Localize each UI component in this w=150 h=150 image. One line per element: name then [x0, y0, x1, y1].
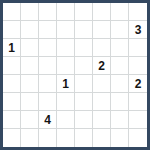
cell-r4c1[interactable]	[3, 57, 21, 75]
cell-r2c4[interactable]	[57, 21, 75, 39]
cell-r3c6[interactable]	[93, 39, 111, 57]
clue-number: 3	[135, 24, 142, 36]
cell-r4c8[interactable]	[129, 57, 147, 75]
cell-r8c5[interactable]	[75, 129, 93, 147]
cell-r5c6[interactable]	[93, 75, 111, 93]
cell-r3c3[interactable]	[39, 39, 57, 57]
cell-r6c8[interactable]	[129, 93, 147, 111]
cell-r1c4[interactable]	[57, 3, 75, 21]
cell-r8c3[interactable]	[39, 129, 57, 147]
cell-r1c6[interactable]	[93, 3, 111, 21]
cell-r6c5[interactable]	[75, 93, 93, 111]
cell-r5c3[interactable]	[39, 75, 57, 93]
clue-number: 2	[135, 78, 142, 90]
cell-r3c8[interactable]	[129, 39, 147, 57]
cell-r3c1[interactable]: 1	[3, 39, 21, 57]
cell-r1c7[interactable]	[111, 3, 129, 21]
cell-r5c4[interactable]: 1	[57, 75, 75, 93]
cell-r7c6[interactable]	[93, 111, 111, 129]
cell-r8c8[interactable]	[129, 129, 147, 147]
cell-r3c2[interactable]	[21, 39, 39, 57]
cell-r2c3[interactable]	[39, 21, 57, 39]
cell-r4c4[interactable]	[57, 57, 75, 75]
cell-r8c6[interactable]	[93, 129, 111, 147]
cell-r5c1[interactable]	[3, 75, 21, 93]
cell-r6c4[interactable]	[57, 93, 75, 111]
cell-r3c5[interactable]	[75, 39, 93, 57]
cell-r5c7[interactable]	[111, 75, 129, 93]
cell-r1c3[interactable]	[39, 3, 57, 21]
cell-r7c5[interactable]	[75, 111, 93, 129]
cell-r1c2[interactable]	[21, 3, 39, 21]
cell-r1c1[interactable]	[3, 3, 21, 21]
cell-r4c5[interactable]	[75, 57, 93, 75]
cell-r1c8[interactable]	[129, 3, 147, 21]
cell-r6c3[interactable]	[39, 93, 57, 111]
cell-r6c1[interactable]	[3, 93, 21, 111]
cell-r1c5[interactable]	[75, 3, 93, 21]
cell-r8c1[interactable]	[3, 129, 21, 147]
cell-r5c2[interactable]	[21, 75, 39, 93]
cell-r8c2[interactable]	[21, 129, 39, 147]
clue-number: 1	[62, 78, 69, 90]
cell-r7c1[interactable]	[3, 111, 21, 129]
puzzle-board: 312124	[0, 0, 150, 150]
cell-r2c7[interactable]	[111, 21, 129, 39]
clue-number: 1	[8, 42, 15, 54]
cell-r6c7[interactable]	[111, 93, 129, 111]
cell-r7c3[interactable]: 4	[39, 111, 57, 129]
cell-r6c2[interactable]	[21, 93, 39, 111]
clue-number: 2	[98, 60, 105, 72]
cell-r3c7[interactable]	[111, 39, 129, 57]
cell-r8c4[interactable]	[57, 129, 75, 147]
cell-r4c3[interactable]	[39, 57, 57, 75]
cell-r2c1[interactable]	[3, 21, 21, 39]
cell-r3c4[interactable]	[57, 39, 75, 57]
cell-r2c8[interactable]: 3	[129, 21, 147, 39]
clue-number: 4	[44, 114, 51, 126]
cell-r8c7[interactable]	[111, 129, 129, 147]
cell-r7c7[interactable]	[111, 111, 129, 129]
cell-r5c5[interactable]	[75, 75, 93, 93]
cell-r4c6[interactable]: 2	[93, 57, 111, 75]
cell-r7c2[interactable]	[21, 111, 39, 129]
cell-r4c7[interactable]	[111, 57, 129, 75]
cell-r2c5[interactable]	[75, 21, 93, 39]
cell-r4c2[interactable]	[21, 57, 39, 75]
cell-r7c4[interactable]	[57, 111, 75, 129]
cell-r5c8[interactable]: 2	[129, 75, 147, 93]
cell-r2c2[interactable]	[21, 21, 39, 39]
cell-r7c8[interactable]	[129, 111, 147, 129]
cell-r6c6[interactable]	[93, 93, 111, 111]
cell-r2c6[interactable]	[93, 21, 111, 39]
